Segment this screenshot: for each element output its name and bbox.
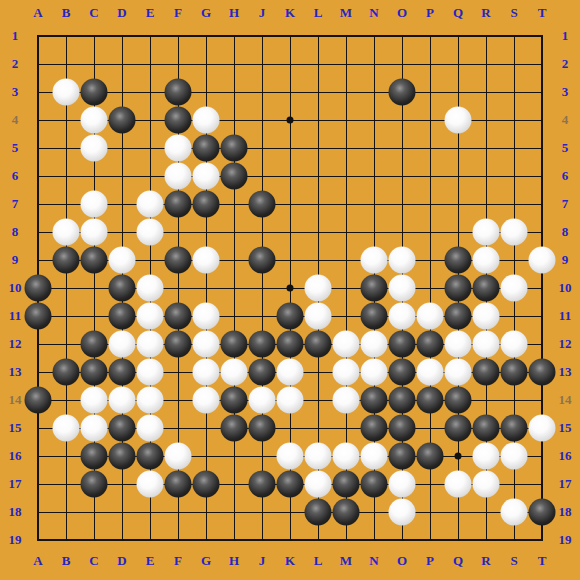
- col-label-top-m: M: [340, 5, 352, 21]
- white-stone-c7[interactable]: [81, 191, 108, 218]
- white-stone-q13[interactable]: [445, 359, 472, 386]
- col-label-bottom-q: Q: [453, 553, 463, 569]
- col-label-bottom-g: G: [201, 553, 211, 569]
- row-label-right-9: 9: [562, 252, 569, 268]
- col-label-bottom-f: F: [174, 553, 182, 569]
- black-stone-q14[interactable]: [445, 387, 472, 414]
- white-stone-l11[interactable]: [305, 303, 332, 330]
- col-label-bottom-d: D: [117, 553, 126, 569]
- white-stone-g6[interactable]: [193, 163, 220, 190]
- black-stone-a11[interactable]: [25, 303, 52, 330]
- black-stone-r10[interactable]: [473, 275, 500, 302]
- black-stone-d4[interactable]: [109, 107, 136, 134]
- col-label-top-g: G: [201, 5, 211, 21]
- row-label-left-13: 13: [9, 364, 22, 380]
- white-stone-d9[interactable]: [109, 247, 136, 274]
- col-label-bottom-k: K: [285, 553, 295, 569]
- white-stone-n9[interactable]: [361, 247, 388, 274]
- col-label-bottom-n: N: [369, 553, 378, 569]
- row-label-right-15: 15: [559, 420, 572, 436]
- col-label-top-l: L: [314, 5, 323, 21]
- white-stone-g12[interactable]: [193, 331, 220, 358]
- row-label-left-11: 11: [9, 308, 21, 324]
- white-stone-m12[interactable]: [333, 331, 360, 358]
- white-stone-r17[interactable]: [473, 471, 500, 498]
- black-stone-j17[interactable]: [249, 471, 276, 498]
- black-stone-b9[interactable]: [53, 247, 80, 274]
- black-stone-c16[interactable]: [81, 443, 108, 470]
- black-stone-g5[interactable]: [193, 135, 220, 162]
- black-stone-j12[interactable]: [249, 331, 276, 358]
- black-stone-r15[interactable]: [473, 415, 500, 442]
- col-label-bottom-a: A: [33, 553, 42, 569]
- row-label-right-13: 13: [559, 364, 572, 380]
- row-label-right-2: 2: [562, 56, 569, 72]
- row-label-right-6: 6: [562, 168, 569, 184]
- white-stone-b3[interactable]: [53, 79, 80, 106]
- white-stone-o17[interactable]: [389, 471, 416, 498]
- black-stone-j9[interactable]: [249, 247, 276, 274]
- black-stone-c9[interactable]: [81, 247, 108, 274]
- col-label-bottom-p: P: [426, 553, 434, 569]
- row-label-left-2: 2: [12, 56, 19, 72]
- row-label-right-4: 4: [562, 112, 569, 128]
- row-label-right-19: 19: [559, 532, 572, 548]
- col-label-top-s: S: [510, 5, 517, 21]
- black-stone-h6[interactable]: [221, 163, 248, 190]
- row-label-right-14: 14: [559, 392, 572, 408]
- white-stone-q12[interactable]: [445, 331, 472, 358]
- white-stone-g4[interactable]: [193, 107, 220, 134]
- black-stone-c3[interactable]: [81, 79, 108, 106]
- black-stone-o3[interactable]: [389, 79, 416, 106]
- grid-line-horizontal: [38, 540, 542, 541]
- go-app-window: { "game": "go", "board": { "size": 19, "…: [0, 0, 580, 580]
- white-stone-e17[interactable]: [137, 471, 164, 498]
- white-stone-q4[interactable]: [445, 107, 472, 134]
- row-label-left-3: 3: [12, 84, 19, 100]
- black-stone-j13[interactable]: [249, 359, 276, 386]
- white-stone-r11[interactable]: [473, 303, 500, 330]
- col-label-top-q: Q: [453, 5, 463, 21]
- white-stone-h13[interactable]: [221, 359, 248, 386]
- white-stone-c14[interactable]: [81, 387, 108, 414]
- black-stone-q15[interactable]: [445, 415, 472, 442]
- grid-line-horizontal: [38, 512, 542, 513]
- black-stone-f9[interactable]: [165, 247, 192, 274]
- black-stone-f11[interactable]: [165, 303, 192, 330]
- row-label-left-4: 4: [12, 112, 19, 128]
- white-stone-o9[interactable]: [389, 247, 416, 274]
- white-stone-c15[interactable]: [81, 415, 108, 442]
- col-label-top-k: K: [285, 5, 295, 21]
- col-label-bottom-m: M: [340, 553, 352, 569]
- white-stone-r9[interactable]: [473, 247, 500, 274]
- white-stone-e11[interactable]: [137, 303, 164, 330]
- black-stone-q10[interactable]: [445, 275, 472, 302]
- white-stone-c8[interactable]: [81, 219, 108, 246]
- black-stone-g7[interactable]: [193, 191, 220, 218]
- black-stone-n15[interactable]: [361, 415, 388, 442]
- black-stone-a14[interactable]: [25, 387, 52, 414]
- black-stone-k12[interactable]: [277, 331, 304, 358]
- black-stone-h15[interactable]: [221, 415, 248, 442]
- black-stone-j7[interactable]: [249, 191, 276, 218]
- black-stone-m17[interactable]: [333, 471, 360, 498]
- white-stone-t9[interactable]: [529, 247, 556, 274]
- white-stone-g11[interactable]: [193, 303, 220, 330]
- black-stone-f3[interactable]: [165, 79, 192, 106]
- white-stone-g14[interactable]: [193, 387, 220, 414]
- black-stone-p12[interactable]: [417, 331, 444, 358]
- white-stone-k13[interactable]: [277, 359, 304, 386]
- black-stone-p16[interactable]: [417, 443, 444, 470]
- black-stone-r13[interactable]: [473, 359, 500, 386]
- white-stone-m14[interactable]: [333, 387, 360, 414]
- white-stone-d14[interactable]: [109, 387, 136, 414]
- black-stone-d15[interactable]: [109, 415, 136, 442]
- col-label-bottom-b: B: [62, 553, 71, 569]
- col-label-bottom-j: J: [259, 553, 266, 569]
- white-stone-l17[interactable]: [305, 471, 332, 498]
- row-label-left-5: 5: [12, 140, 19, 156]
- row-label-right-17: 17: [559, 476, 572, 492]
- col-label-top-t: T: [538, 5, 547, 21]
- black-stone-s15[interactable]: [501, 415, 528, 442]
- col-label-bottom-r: R: [481, 553, 490, 569]
- white-stone-r12[interactable]: [473, 331, 500, 358]
- row-label-right-3: 3: [562, 84, 569, 100]
- white-stone-s8[interactable]: [501, 219, 528, 246]
- black-stone-e16[interactable]: [137, 443, 164, 470]
- white-stone-f5[interactable]: [165, 135, 192, 162]
- white-stone-r16[interactable]: [473, 443, 500, 470]
- star-point-q16: [455, 453, 462, 460]
- col-label-bottom-c: C: [89, 553, 98, 569]
- col-label-bottom-t: T: [538, 553, 547, 569]
- row-label-right-12: 12: [559, 336, 572, 352]
- black-stone-s13[interactable]: [501, 359, 528, 386]
- row-label-left-9: 9: [12, 252, 19, 268]
- col-label-top-j: J: [259, 5, 266, 21]
- black-stone-o14[interactable]: [389, 387, 416, 414]
- row-label-left-17: 17: [9, 476, 22, 492]
- white-stone-e8[interactable]: [137, 219, 164, 246]
- white-stone-n16[interactable]: [361, 443, 388, 470]
- col-label-top-c: C: [89, 5, 98, 21]
- white-stone-t15[interactable]: [529, 415, 556, 442]
- star-point-k4: [287, 117, 294, 124]
- white-stone-e10[interactable]: [137, 275, 164, 302]
- white-stone-e12[interactable]: [137, 331, 164, 358]
- col-label-bottom-o: O: [397, 553, 407, 569]
- white-stone-m13[interactable]: [333, 359, 360, 386]
- row-label-right-7: 7: [562, 196, 569, 212]
- black-stone-a10[interactable]: [25, 275, 52, 302]
- col-label-top-n: N: [369, 5, 378, 21]
- col-label-top-p: P: [426, 5, 434, 21]
- row-label-right-5: 5: [562, 140, 569, 156]
- black-stone-p14[interactable]: [417, 387, 444, 414]
- white-stone-f6[interactable]: [165, 163, 192, 190]
- white-stone-l10[interactable]: [305, 275, 332, 302]
- row-label-left-1: 1: [12, 28, 19, 44]
- black-stone-d16[interactable]: [109, 443, 136, 470]
- col-label-top-h: H: [229, 5, 239, 21]
- star-point-k10: [287, 285, 294, 292]
- col-label-bottom-h: H: [229, 553, 239, 569]
- white-stone-f16[interactable]: [165, 443, 192, 470]
- white-stone-p11[interactable]: [417, 303, 444, 330]
- white-stone-q17[interactable]: [445, 471, 472, 498]
- col-label-bottom-l: L: [314, 553, 323, 569]
- white-stone-r8[interactable]: [473, 219, 500, 246]
- black-stone-n17[interactable]: [361, 471, 388, 498]
- black-stone-f17[interactable]: [165, 471, 192, 498]
- white-stone-k16[interactable]: [277, 443, 304, 470]
- black-stone-q11[interactable]: [445, 303, 472, 330]
- row-label-left-8: 8: [12, 224, 19, 240]
- white-stone-s18[interactable]: [501, 499, 528, 526]
- row-label-right-18: 18: [559, 504, 572, 520]
- black-stone-c17[interactable]: [81, 471, 108, 498]
- white-stone-c5[interactable]: [81, 135, 108, 162]
- black-stone-h14[interactable]: [221, 387, 248, 414]
- black-stone-j15[interactable]: [249, 415, 276, 442]
- row-label-left-15: 15: [9, 420, 22, 436]
- col-label-top-o: O: [397, 5, 407, 21]
- black-stone-d11[interactable]: [109, 303, 136, 330]
- row-label-left-7: 7: [12, 196, 19, 212]
- white-stone-p13[interactable]: [417, 359, 444, 386]
- black-stone-t13[interactable]: [529, 359, 556, 386]
- col-label-top-d: D: [117, 5, 126, 21]
- black-stone-f12[interactable]: [165, 331, 192, 358]
- white-stone-e14[interactable]: [137, 387, 164, 414]
- white-stone-b8[interactable]: [53, 219, 80, 246]
- white-stone-b15[interactable]: [53, 415, 80, 442]
- black-stone-o13[interactable]: [389, 359, 416, 386]
- white-stone-s10[interactable]: [501, 275, 528, 302]
- col-label-top-a: A: [33, 5, 42, 21]
- white-stone-c4[interactable]: [81, 107, 108, 134]
- white-stone-e13[interactable]: [137, 359, 164, 386]
- black-stone-o12[interactable]: [389, 331, 416, 358]
- row-label-left-10: 10: [9, 280, 22, 296]
- black-stone-k17[interactable]: [277, 471, 304, 498]
- white-stone-s16[interactable]: [501, 443, 528, 470]
- black-stone-l18[interactable]: [305, 499, 332, 526]
- black-stone-t18[interactable]: [529, 499, 556, 526]
- row-label-left-16: 16: [9, 448, 22, 464]
- black-stone-d13[interactable]: [109, 359, 136, 386]
- black-stone-h12[interactable]: [221, 331, 248, 358]
- row-label-left-19: 19: [9, 532, 22, 548]
- row-label-right-8: 8: [562, 224, 569, 240]
- go-board[interactable]: AABBCCDDEEFFGGHHJJKKLLMMNNOOPPQQRRSSTT11…: [0, 0, 580, 580]
- col-label-top-e: E: [146, 5, 155, 21]
- white-stone-l16[interactable]: [305, 443, 332, 470]
- col-label-bottom-s: S: [510, 553, 517, 569]
- row-label-left-14: 14: [9, 392, 22, 408]
- white-stone-g9[interactable]: [193, 247, 220, 274]
- white-stone-n12[interactable]: [361, 331, 388, 358]
- white-stone-o18[interactable]: [389, 499, 416, 526]
- grid-line-vertical: [542, 36, 543, 540]
- white-stone-o10[interactable]: [389, 275, 416, 302]
- black-stone-n10[interactable]: [361, 275, 388, 302]
- black-stone-n11[interactable]: [361, 303, 388, 330]
- white-stone-n13[interactable]: [361, 359, 388, 386]
- black-stone-n14[interactable]: [361, 387, 388, 414]
- row-label-right-10: 10: [559, 280, 572, 296]
- black-stone-c12[interactable]: [81, 331, 108, 358]
- col-label-top-r: R: [481, 5, 490, 21]
- white-stone-m16[interactable]: [333, 443, 360, 470]
- col-label-bottom-e: E: [146, 553, 155, 569]
- black-stone-l12[interactable]: [305, 331, 332, 358]
- row-label-left-6: 6: [12, 168, 19, 184]
- col-label-top-f: F: [174, 5, 182, 21]
- white-stone-k14[interactable]: [277, 387, 304, 414]
- white-stone-o11[interactable]: [389, 303, 416, 330]
- row-label-left-18: 18: [9, 504, 22, 520]
- white-stone-s12[interactable]: [501, 331, 528, 358]
- row-label-right-1: 1: [562, 28, 569, 44]
- black-stone-d10[interactable]: [109, 275, 136, 302]
- black-stone-o16[interactable]: [389, 443, 416, 470]
- black-stone-h5[interactable]: [221, 135, 248, 162]
- white-stone-g13[interactable]: [193, 359, 220, 386]
- white-stone-j14[interactable]: [249, 387, 276, 414]
- black-stone-f7[interactable]: [165, 191, 192, 218]
- row-label-left-12: 12: [9, 336, 22, 352]
- white-stone-d12[interactable]: [109, 331, 136, 358]
- white-stone-e15[interactable]: [137, 415, 164, 442]
- black-stone-o15[interactable]: [389, 415, 416, 442]
- black-stone-f4[interactable]: [165, 107, 192, 134]
- col-label-top-b: B: [62, 5, 71, 21]
- black-stone-c13[interactable]: [81, 359, 108, 386]
- white-stone-e7[interactable]: [137, 191, 164, 218]
- black-stone-k11[interactable]: [277, 303, 304, 330]
- row-label-right-11: 11: [559, 308, 571, 324]
- black-stone-q9[interactable]: [445, 247, 472, 274]
- black-stone-g17[interactable]: [193, 471, 220, 498]
- black-stone-b13[interactable]: [53, 359, 80, 386]
- row-label-right-16: 16: [559, 448, 572, 464]
- black-stone-m18[interactable]: [333, 499, 360, 526]
